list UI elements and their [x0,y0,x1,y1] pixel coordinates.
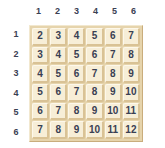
col-header: 3 [67,3,86,19]
grid-cell: 9 [105,84,122,102]
grid-cell: 6 [68,65,85,83]
col-header: 5 [105,3,124,19]
row-header: 3 [6,64,26,84]
grid-cell: 8 [105,65,122,83]
row-headers: 1 2 3 4 5 6 [6,25,26,142]
addition-table-diagram: 1 2 3 4 5 6 1 2 3 4 5 6 2 3 4 5 6 7 3 4 … [0,0,165,148]
grid-cell: 10 [123,84,140,102]
grid-cell: 7 [86,65,103,83]
grid-cell: 11 [105,121,122,139]
grid-cell: 5 [32,84,49,102]
grid-cell: 4 [50,47,67,65]
grid-cell: 8 [123,47,140,65]
grid-cell: 7 [123,28,140,46]
grid-cell: 6 [86,47,103,65]
grid-cell: 12 [123,121,140,139]
col-header: 4 [86,3,105,19]
grid-cell: 7 [32,121,49,139]
grid-cell: 3 [50,28,67,46]
grid-cell: 2 [32,28,49,46]
row-header: 4 [6,84,26,104]
grid-cell: 8 [50,121,67,139]
grid-cell: 11 [123,103,140,121]
grid-cell: 5 [86,28,103,46]
grid-cell: 7 [68,84,85,102]
grid-cell: 10 [86,121,103,139]
column-headers: 1 2 3 4 5 6 [29,3,143,19]
grid-cell: 4 [32,65,49,83]
grid-cell: 3 [32,47,49,65]
addition-table-board: 2 3 4 5 6 7 3 4 5 6 7 8 4 5 6 7 8 9 5 6 … [29,25,143,142]
grid-cell: 5 [68,47,85,65]
grid-cell: 9 [68,121,85,139]
row-header: 2 [6,45,26,65]
col-header: 2 [48,3,67,19]
col-header: 6 [124,3,143,19]
grid-cell: 6 [105,28,122,46]
grid-cell: 7 [50,103,67,121]
row-header: 6 [6,123,26,143]
row-header: 5 [6,103,26,123]
grid-cell: 9 [86,103,103,121]
grid-cell: 7 [105,47,122,65]
col-header: 1 [29,3,48,19]
grid-cell: 8 [68,103,85,121]
grid-cell: 10 [105,103,122,121]
grid-cell: 6 [32,103,49,121]
grid-cell: 6 [50,84,67,102]
grid-cell: 9 [123,65,140,83]
grid-cell: 4 [68,28,85,46]
grid-cell: 5 [50,65,67,83]
grid-cell: 8 [86,84,103,102]
row-header: 1 [6,25,26,45]
